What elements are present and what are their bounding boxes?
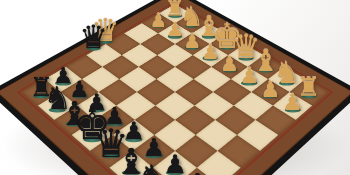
- chess-set-photo: ♜♞♝♛♚♝♞♜♟♟♟♟♟♟♟♟♟♟♟♟♟♟♟♟♜♞♝♛♚♝♞♜♛♛: [0, 0, 350, 175]
- perspective-scene: [0, 0, 350, 175]
- chessboard: [22, 4, 327, 175]
- chessboard-squares: [22, 4, 327, 175]
